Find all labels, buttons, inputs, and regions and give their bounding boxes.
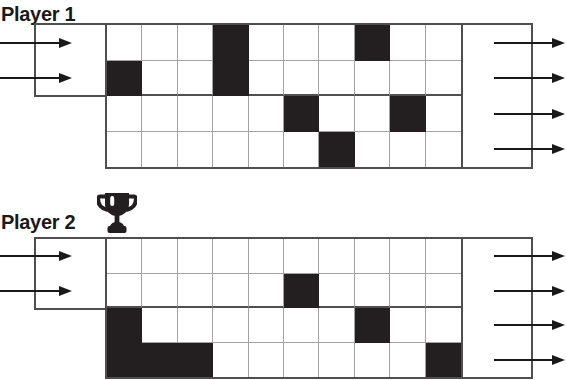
player1-cell-r3c8: [355, 96, 390, 132]
player1-cell-r3c10: [426, 96, 461, 132]
player2-entry-arrow-1: [0, 250, 72, 262]
arrowhead-icon: [552, 109, 565, 119]
player2-cell-r2c9: [390, 274, 425, 309]
player1-cell-r4c3: [178, 132, 213, 168]
player2-cell-r4c7: [319, 343, 354, 378]
player1-cell-r2c1-blocked: [107, 61, 142, 97]
arrowhead-icon: [552, 38, 565, 48]
arrow-shaft: [494, 42, 556, 45]
player1-cell-r1c7: [319, 25, 354, 61]
arrowhead-icon: [552, 320, 565, 330]
arrow-shaft: [0, 77, 63, 80]
player2-cell-r1c8: [355, 239, 390, 274]
player2-exit-arrow-2: [494, 285, 565, 297]
player2-cell-r3c5: [249, 308, 284, 343]
player2-cell-r3c1-blocked: [107, 308, 142, 343]
player2-cell-r4c6: [284, 343, 319, 378]
player1-cell-r2c6: [284, 61, 319, 97]
player1-entry-box: [34, 23, 107, 97]
player1-cell-r2c10: [426, 61, 461, 97]
player1-cell-r3c6-blocked: [284, 96, 319, 132]
arrow-shaft: [0, 42, 63, 45]
player2-entry-box: [34, 237, 107, 310]
player1-cell-r4c2: [142, 132, 177, 168]
player1-exit-arrow-2: [494, 72, 565, 84]
player1-cell-r2c9: [390, 61, 425, 97]
player2-cell-r1c9: [390, 239, 425, 274]
player1-exit-arrow-4: [494, 143, 565, 155]
arrow-shaft: [494, 113, 556, 116]
arrow-shaft: [494, 148, 556, 151]
player2-cell-r3c10: [426, 308, 461, 343]
player2-cell-r2c5: [249, 274, 284, 309]
player2-cell-r3c4: [213, 308, 248, 343]
player2-cell-r4c2-blocked: [142, 343, 177, 378]
player2-cell-r4c4: [213, 343, 248, 378]
player1-cell-r3c7: [319, 96, 354, 132]
arrowhead-icon: [59, 38, 72, 48]
player1-cell-r1c1: [107, 25, 142, 61]
player1-cell-r2c5: [249, 61, 284, 97]
player1-exit-arrow-1: [494, 37, 565, 49]
player2-cell-r2c7: [319, 274, 354, 309]
arrowhead-icon: [552, 73, 565, 83]
player2-exit-arrow-4: [494, 354, 565, 366]
arrow-shaft: [494, 255, 556, 258]
player2-cell-r4c10-blocked: [426, 343, 461, 378]
player2-entry-arrow-2: [0, 285, 72, 297]
player1-cell-r1c3: [178, 25, 213, 61]
player1-entry-arrow-2: [0, 72, 72, 84]
arrowhead-icon: [552, 355, 565, 365]
player2-cell-r1c3: [178, 239, 213, 274]
player1-cell-r4c10: [426, 132, 461, 168]
player2-cell-r4c5: [249, 343, 284, 378]
player1-exit-arrow-3: [494, 108, 565, 120]
player2-cell-r3c3: [178, 308, 213, 343]
player1-cell-r4c4: [213, 132, 248, 168]
player2-cell-r4c3-blocked: [178, 343, 213, 378]
player2-cell-r4c9: [390, 343, 425, 378]
arrow-shaft: [494, 77, 556, 80]
arrow-shaft: [0, 255, 63, 258]
player2-cell-r2c6-blocked: [284, 274, 319, 309]
player2-cell-r4c1-blocked: [107, 343, 142, 378]
player1-cell-r4c9: [390, 132, 425, 168]
player2-cell-r2c1: [107, 274, 142, 309]
player1-cell-r3c3: [178, 96, 213, 132]
player1-cell-r3c2: [142, 96, 177, 132]
arrowhead-icon: [552, 251, 565, 261]
player1-cell-r1c2: [142, 25, 177, 61]
player1-cell-r3c5: [249, 96, 284, 132]
player2-cell-r2c8: [355, 274, 390, 309]
player2-grid: [105, 237, 463, 379]
player1-entry-arrow-1: [0, 37, 72, 49]
player2-cell-r3c7: [319, 308, 354, 343]
player1-cell-r1c4-blocked: [213, 25, 248, 61]
arrowhead-icon: [59, 73, 72, 83]
player1-cell-r1c6: [284, 25, 319, 61]
player1-cell-r4c8: [355, 132, 390, 168]
arrow-shaft: [494, 359, 556, 362]
player1-cell-r3c9-blocked: [390, 96, 425, 132]
player1-cell-r4c6: [284, 132, 319, 168]
arrowhead-icon: [59, 286, 72, 296]
arrowhead-icon: [552, 286, 565, 296]
player1-cell-r4c1: [107, 132, 142, 168]
player2-cell-r1c6: [284, 239, 319, 274]
player2-cell-r2c3: [178, 274, 213, 309]
player2-cell-r3c2: [142, 308, 177, 343]
player1-grid: [105, 23, 463, 169]
player1-cell-r3c4: [213, 96, 248, 132]
figure-canvas: Player 1 Player 2: [0, 0, 566, 380]
player1-cell-r1c8-blocked: [355, 25, 390, 61]
player1-cell-r1c10: [426, 25, 461, 61]
player1-cell-r4c5: [249, 132, 284, 168]
player2-cell-r1c2: [142, 239, 177, 274]
player2-cell-r1c5: [249, 239, 284, 274]
player1-cell-r2c4-blocked: [213, 61, 248, 97]
arrow-shaft: [494, 324, 556, 327]
player2-cell-r4c8: [355, 343, 390, 378]
player1-cell-r1c9: [390, 25, 425, 61]
player2-exit-arrow-1: [494, 250, 565, 262]
player2-cell-r2c10: [426, 274, 461, 309]
player1-cell-r1c5: [249, 25, 284, 61]
player2-cell-r3c8-blocked: [355, 308, 390, 343]
player1-cell-r2c7: [319, 61, 354, 97]
player1-cell-r4c7-blocked: [319, 132, 354, 168]
arrow-shaft: [0, 290, 63, 293]
player1-cell-r2c2: [142, 61, 177, 97]
player2-exit-arrow-3: [494, 319, 565, 331]
arrowhead-icon: [59, 251, 72, 261]
trophy-icon: [97, 192, 137, 236]
player1-cell-r2c8: [355, 61, 390, 97]
player2-cell-r1c4: [213, 239, 248, 274]
player1-cell-r3c1: [107, 96, 142, 132]
player2-cell-r2c4: [213, 274, 248, 309]
player2-cell-r3c6: [284, 308, 319, 343]
player2-cell-r1c10: [426, 239, 461, 274]
player2-cell-r1c1: [107, 239, 142, 274]
player1-label: Player 1: [1, 4, 75, 24]
player2-cell-r2c2: [142, 274, 177, 309]
player2-cell-r1c7: [319, 239, 354, 274]
player1-cell-r2c3: [178, 61, 213, 97]
arrow-shaft: [494, 290, 556, 293]
player2-cell-r3c9: [390, 308, 425, 343]
arrowhead-icon: [552, 144, 565, 154]
player2-label: Player 2: [1, 212, 75, 232]
